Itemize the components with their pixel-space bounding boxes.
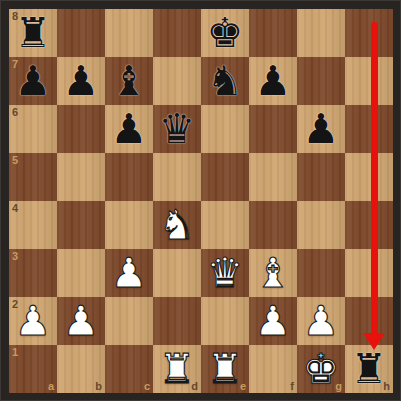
white-pawn[interactable]: ♟: [9, 297, 57, 345]
square-g1[interactable]: g♚: [297, 345, 345, 393]
rank-label-3: 3: [12, 250, 18, 262]
square-c3[interactable]: ♟: [105, 249, 153, 297]
board-frame: 8♜♚7♟♟♝♞♟6♟♛♟54♞3♟♛♝2♟♟♟♟1abcd♜e♜fg♚h♜: [0, 0, 401, 401]
square-b8[interactable]: [57, 9, 105, 57]
white-pawn[interactable]: ♟: [105, 249, 153, 297]
square-e2[interactable]: [201, 297, 249, 345]
white-rook[interactable]: ♜: [201, 345, 249, 393]
square-b3[interactable]: [57, 249, 105, 297]
square-c4[interactable]: [105, 201, 153, 249]
file-label-b: b: [95, 380, 102, 392]
white-king[interactable]: ♚: [297, 345, 345, 393]
square-h8[interactable]: [345, 9, 393, 57]
file-label-a: a: [48, 380, 54, 392]
square-g8[interactable]: [297, 9, 345, 57]
square-h2[interactable]: [345, 297, 393, 345]
black-king[interactable]: ♚: [201, 9, 249, 57]
square-e4[interactable]: [201, 201, 249, 249]
square-e6[interactable]: [201, 105, 249, 153]
rank-label-6: 6: [12, 106, 18, 118]
square-b2[interactable]: ♟: [57, 297, 105, 345]
square-e8[interactable]: ♚: [201, 9, 249, 57]
white-pawn[interactable]: ♟: [297, 297, 345, 345]
black-queen[interactable]: ♛: [153, 105, 201, 153]
square-a8[interactable]: 8♜: [9, 9, 57, 57]
square-d1[interactable]: d♜: [153, 345, 201, 393]
square-a7[interactable]: 7♟: [9, 57, 57, 105]
black-rook[interactable]: ♜: [345, 345, 393, 393]
square-f6[interactable]: [249, 105, 297, 153]
square-b6[interactable]: [57, 105, 105, 153]
square-a5[interactable]: 5: [9, 153, 57, 201]
square-e7[interactable]: ♞: [201, 57, 249, 105]
square-c2[interactable]: [105, 297, 153, 345]
square-a3[interactable]: 3: [9, 249, 57, 297]
black-pawn[interactable]: ♟: [249, 57, 297, 105]
square-b4[interactable]: [57, 201, 105, 249]
square-g7[interactable]: [297, 57, 345, 105]
square-a4[interactable]: 4: [9, 201, 57, 249]
square-f3[interactable]: ♝: [249, 249, 297, 297]
square-a2[interactable]: 2♟: [9, 297, 57, 345]
square-d6[interactable]: ♛: [153, 105, 201, 153]
white-queen[interactable]: ♛: [201, 249, 249, 297]
square-c7[interactable]: ♝: [105, 57, 153, 105]
file-label-c: c: [144, 380, 150, 392]
rank-label-4: 4: [12, 202, 18, 214]
square-h1[interactable]: h♜: [345, 345, 393, 393]
black-pawn[interactable]: ♟: [9, 57, 57, 105]
square-c6[interactable]: ♟: [105, 105, 153, 153]
square-f7[interactable]: ♟: [249, 57, 297, 105]
square-d5[interactable]: [153, 153, 201, 201]
square-f5[interactable]: [249, 153, 297, 201]
chess-board: 8♜♚7♟♟♝♞♟6♟♛♟54♞3♟♛♝2♟♟♟♟1abcd♜e♜fg♚h♜: [9, 9, 393, 393]
square-g4[interactable]: [297, 201, 345, 249]
black-pawn[interactable]: ♟: [105, 105, 153, 153]
black-rook[interactable]: ♜: [9, 9, 57, 57]
square-e3[interactable]: ♛: [201, 249, 249, 297]
square-b7[interactable]: ♟: [57, 57, 105, 105]
square-d7[interactable]: [153, 57, 201, 105]
square-h6[interactable]: [345, 105, 393, 153]
square-f4[interactable]: [249, 201, 297, 249]
square-a6[interactable]: 6: [9, 105, 57, 153]
square-d8[interactable]: [153, 9, 201, 57]
square-d4[interactable]: ♞: [153, 201, 201, 249]
square-g6[interactable]: ♟: [297, 105, 345, 153]
square-f1[interactable]: f: [249, 345, 297, 393]
rank-label-5: 5: [12, 154, 18, 166]
square-e1[interactable]: e♜: [201, 345, 249, 393]
square-g2[interactable]: ♟: [297, 297, 345, 345]
white-knight[interactable]: ♞: [153, 201, 201, 249]
white-rook[interactable]: ♜: [153, 345, 201, 393]
white-bishop[interactable]: ♝: [249, 249, 297, 297]
white-pawn[interactable]: ♟: [57, 297, 105, 345]
square-f2[interactable]: ♟: [249, 297, 297, 345]
square-h3[interactable]: [345, 249, 393, 297]
square-h7[interactable]: [345, 57, 393, 105]
square-f8[interactable]: [249, 9, 297, 57]
square-g5[interactable]: [297, 153, 345, 201]
square-a1[interactable]: 1a: [9, 345, 57, 393]
white-pawn[interactable]: ♟: [249, 297, 297, 345]
square-c5[interactable]: [105, 153, 153, 201]
file-label-f: f: [290, 380, 294, 392]
square-d2[interactable]: [153, 297, 201, 345]
square-c8[interactable]: [105, 9, 153, 57]
square-g3[interactable]: [297, 249, 345, 297]
square-d3[interactable]: [153, 249, 201, 297]
square-b1[interactable]: b: [57, 345, 105, 393]
square-e5[interactable]: [201, 153, 249, 201]
square-c1[interactable]: c: [105, 345, 153, 393]
black-knight[interactable]: ♞: [201, 57, 249, 105]
square-b5[interactable]: [57, 153, 105, 201]
black-bishop[interactable]: ♝: [105, 57, 153, 105]
rank-label-1: 1: [12, 346, 18, 358]
square-h4[interactable]: [345, 201, 393, 249]
black-pawn[interactable]: ♟: [57, 57, 105, 105]
black-pawn[interactable]: ♟: [297, 105, 345, 153]
square-h5[interactable]: [345, 153, 393, 201]
